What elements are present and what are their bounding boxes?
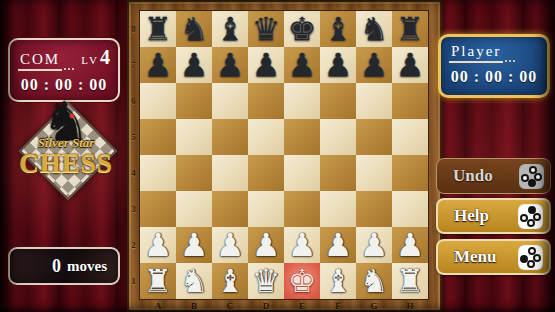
square-g1[interactable]: ♞	[356, 263, 392, 299]
black-rook[interactable]: ♜	[144, 11, 173, 47]
square-h4[interactable]	[392, 155, 428, 191]
square-d2[interactable]: ♟	[248, 227, 284, 263]
help-button[interactable]: Help	[436, 198, 551, 234]
square-c8[interactable]: ♝	[212, 11, 248, 47]
white-bishop[interactable]: ♝	[216, 263, 245, 299]
square-b6[interactable]	[176, 83, 212, 119]
square-f4[interactable]	[320, 155, 356, 191]
file-label-e: E	[284, 299, 320, 312]
white-bishop[interactable]: ♝	[324, 263, 353, 299]
rank-label-1: 1	[127, 263, 140, 299]
com-level-value: 4	[100, 46, 110, 69]
com-name-dots	[64, 68, 74, 70]
square-e7[interactable]: ♟	[284, 47, 320, 83]
file-label-a: A	[140, 299, 176, 312]
undo-button-label: Undo	[453, 166, 493, 186]
square-h2[interactable]: ♟	[392, 227, 428, 263]
square-b4[interactable]	[176, 155, 212, 191]
move-counter-panel: 0 moves	[8, 247, 120, 285]
square-h3[interactable]	[392, 191, 428, 227]
player-name: Player	[449, 43, 503, 63]
black-pawn[interactable]: ♟	[288, 47, 317, 83]
white-pawn[interactable]: ♟	[396, 227, 425, 263]
black-pawn[interactable]: ♟	[252, 47, 281, 83]
square-b3[interactable]	[176, 191, 212, 227]
file-label-h: H	[392, 299, 428, 312]
rank-label-3: 3	[127, 191, 140, 227]
rank-label-8: 8	[127, 11, 140, 47]
white-pawn[interactable]: ♟	[216, 227, 245, 263]
square-h6[interactable]	[392, 83, 428, 119]
black-pawn[interactable]: ♟	[144, 47, 173, 83]
black-pawn[interactable]: ♟	[324, 47, 353, 83]
rank-label-2: 2	[127, 227, 140, 263]
white-pawn[interactable]: ♟	[288, 227, 317, 263]
player-name-dots	[505, 60, 515, 62]
square-d6[interactable]	[248, 83, 284, 119]
game-window: 87654321 ♜♞♝♛♚♝♞♜♟♟♟♟♟♟♟♟♟♟♟♟♟♟♟♟♜♞♝♛♚♝♞…	[0, 0, 555, 312]
pad-dot-right	[533, 254, 541, 262]
black-rook[interactable]: ♜	[396, 11, 425, 47]
black-pawn[interactable]: ♟	[360, 47, 389, 83]
square-h1[interactable]: ♜	[392, 263, 428, 299]
white-queen[interactable]: ♛	[252, 263, 281, 299]
rank-labels: 87654321	[127, 11, 140, 299]
square-c4[interactable]	[212, 155, 248, 191]
square-d8[interactable]: ♛	[248, 11, 284, 47]
square-c1[interactable]: ♝	[212, 263, 248, 299]
board-frame: 87654321 ♜♞♝♛♚♝♞♜♟♟♟♟♟♟♟♟♟♟♟♟♟♟♟♟♜♞♝♛♚♝♞…	[127, 0, 442, 312]
white-rook[interactable]: ♜	[144, 263, 173, 299]
square-d7[interactable]: ♟	[248, 47, 284, 83]
white-king[interactable]: ♚	[288, 263, 317, 299]
square-d1[interactable]: ♛	[248, 263, 284, 299]
square-c3[interactable]	[212, 191, 248, 227]
white-pawn[interactable]: ♟	[252, 227, 281, 263]
pad-dot-right	[533, 213, 541, 221]
rank-label-6: 6	[127, 83, 140, 119]
player-time: 00 : 00 : 00	[449, 68, 539, 86]
white-pawn[interactable]: ♟	[144, 227, 173, 263]
rank-label-5: 5	[127, 119, 140, 155]
square-c7[interactable]: ♟	[212, 47, 248, 83]
file-label-g: G	[356, 299, 392, 312]
black-knight[interactable]: ♞	[180, 11, 209, 47]
square-a4[interactable]	[140, 155, 176, 191]
square-f3[interactable]	[320, 191, 356, 227]
white-pawn[interactable]: ♟	[324, 227, 353, 263]
file-label-c: C	[212, 299, 248, 312]
square-b8[interactable]: ♞	[176, 11, 212, 47]
square-h7[interactable]: ♟	[392, 47, 428, 83]
controller-pad-icon	[519, 164, 544, 189]
square-e5[interactable]	[284, 119, 320, 155]
file-label-f: F	[320, 299, 356, 312]
square-a1[interactable]: ♜	[140, 263, 176, 299]
square-g5[interactable]	[356, 119, 392, 155]
undo-button[interactable]: Undo	[436, 158, 551, 194]
com-level-label: LV	[81, 54, 99, 66]
square-e1[interactable]: ♚	[284, 263, 320, 299]
white-rook[interactable]: ♜	[396, 263, 425, 299]
square-c6[interactable]	[212, 83, 248, 119]
controller-pad-icon	[518, 204, 543, 229]
white-pawn[interactable]: ♟	[360, 227, 389, 263]
square-f1[interactable]: ♝	[320, 263, 356, 299]
move-count: 0	[52, 256, 61, 277]
rank-label-4: 4	[127, 155, 140, 191]
player-clock-panel: Player 00 : 00 : 00	[438, 34, 550, 98]
com-name: COM	[18, 51, 62, 71]
square-h8[interactable]: ♜	[392, 11, 428, 47]
black-pawn[interactable]: ♟	[216, 47, 245, 83]
square-g7[interactable]: ♟	[356, 47, 392, 83]
logo-title-large: CHESS	[14, 148, 118, 179]
square-a5[interactable]	[140, 119, 176, 155]
square-a2[interactable]: ♟	[140, 227, 176, 263]
square-a8[interactable]: ♜	[140, 11, 176, 47]
square-b7[interactable]: ♟	[176, 47, 212, 83]
pad-dot-bottom	[527, 260, 535, 268]
rank-label-7: 7	[127, 47, 140, 83]
white-pawn[interactable]: ♟	[180, 227, 209, 263]
black-bishop[interactable]: ♝	[324, 11, 353, 47]
black-pawn[interactable]: ♟	[396, 47, 425, 83]
file-labels: ABCDEFGH	[140, 299, 428, 312]
white-knight[interactable]: ♞	[180, 263, 209, 299]
square-g8[interactable]: ♞	[356, 11, 392, 47]
menu-button[interactable]: Menu	[436, 239, 551, 275]
pad-dot-right	[534, 173, 542, 181]
file-label-b: B	[176, 299, 212, 312]
square-e4[interactable]	[284, 155, 320, 191]
square-e3[interactable]	[284, 191, 320, 227]
square-e8[interactable]: ♚	[284, 11, 320, 47]
square-g6[interactable]	[356, 83, 392, 119]
menu-button-label: Menu	[454, 247, 497, 267]
square-a6[interactable]	[140, 83, 176, 119]
white-knight[interactable]: ♞	[360, 263, 389, 299]
move-count-label: moves	[67, 258, 107, 275]
pad-dot-bottom	[528, 179, 536, 187]
square-a7[interactable]: ♟	[140, 47, 176, 83]
black-bishop[interactable]: ♝	[216, 11, 245, 47]
square-f2[interactable]: ♟	[320, 227, 356, 263]
black-king[interactable]: ♚	[288, 11, 317, 47]
square-c5[interactable]	[212, 119, 248, 155]
square-a3[interactable]	[140, 191, 176, 227]
square-b1[interactable]: ♞	[176, 263, 212, 299]
square-f6[interactable]	[320, 83, 356, 119]
black-knight[interactable]: ♞	[360, 11, 389, 47]
pad-dot-bottom	[527, 219, 535, 227]
square-c2[interactable]: ♟	[212, 227, 248, 263]
chess-board[interactable]: ♜♞♝♛♚♝♞♜♟♟♟♟♟♟♟♟♟♟♟♟♟♟♟♟♜♞♝♛♚♝♞♜	[140, 11, 428, 299]
square-b5[interactable]	[176, 119, 212, 155]
knight-eye-dot	[70, 114, 74, 118]
square-f8[interactable]: ♝	[320, 11, 356, 47]
file-label-d: D	[248, 299, 284, 312]
square-f7[interactable]: ♟	[320, 47, 356, 83]
square-d3[interactable]	[248, 191, 284, 227]
square-e6[interactable]	[284, 83, 320, 119]
square-g3[interactable]	[356, 191, 392, 227]
square-d4[interactable]	[248, 155, 284, 191]
controller-pad-icon	[518, 245, 543, 270]
silver-star-chess-logo: ♞ Silver Star CHESS	[14, 102, 118, 196]
black-queen[interactable]: ♛	[252, 11, 281, 47]
square-e2[interactable]: ♟	[284, 227, 320, 263]
square-h5[interactable]	[392, 119, 428, 155]
square-g4[interactable]	[356, 155, 392, 191]
help-button-label: Help	[454, 206, 489, 226]
black-pawn[interactable]: ♟	[180, 47, 209, 83]
square-b2[interactable]: ♟	[176, 227, 212, 263]
square-g2[interactable]: ♟	[356, 227, 392, 263]
square-d5[interactable]	[248, 119, 284, 155]
square-f5[interactable]	[320, 119, 356, 155]
